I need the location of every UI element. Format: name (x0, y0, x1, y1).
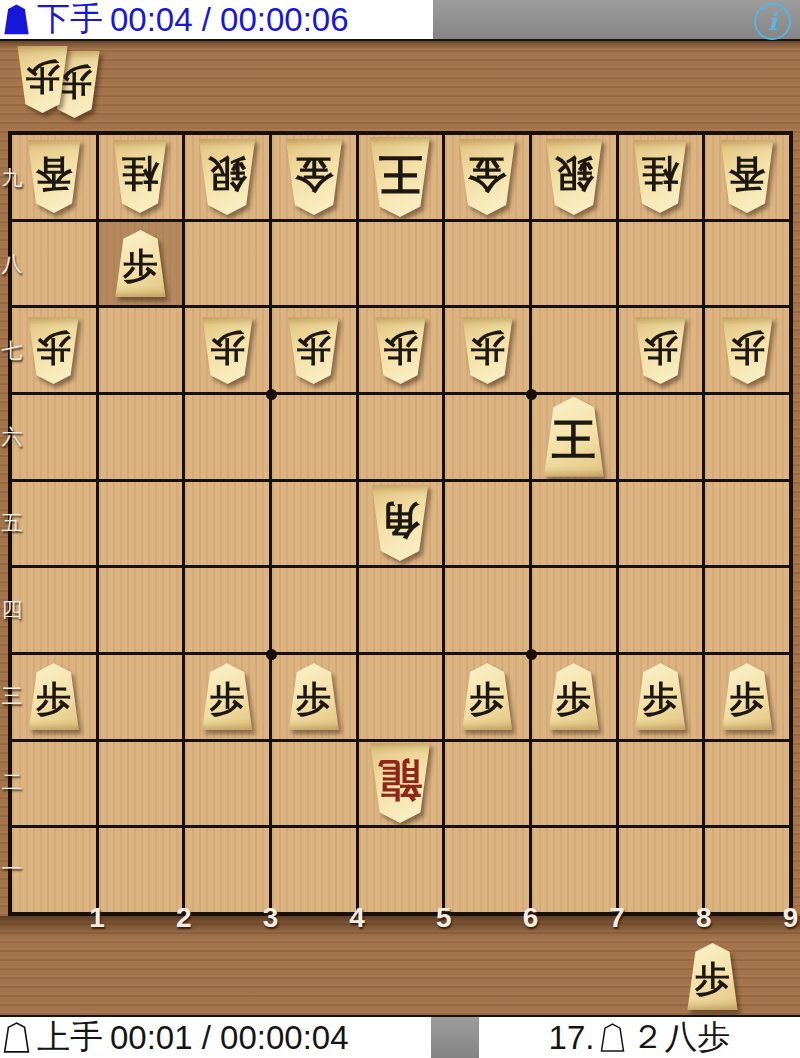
square-5-9[interactable]: 王 (359, 135, 443, 219)
uwate-piece-歩[interactable]: 歩 (545, 663, 602, 730)
piece-glyph: 王 (552, 412, 596, 462)
square-9-9[interactable]: 香 (705, 135, 789, 219)
piece-glyph: 香 (35, 156, 72, 198)
piece-glyph: 歩 (470, 330, 505, 370)
piece-glyph: 歩 (25, 59, 60, 99)
square-1-8[interactable] (12, 222, 96, 306)
file-label-4: 4 (342, 902, 372, 934)
square-3-9[interactable]: 銀 (185, 135, 269, 219)
square-3-7[interactable]: 歩 (185, 308, 269, 392)
square-5-5[interactable]: 角 (359, 482, 443, 566)
square-2-5[interactable] (99, 482, 183, 566)
rank-label-八: 八 (2, 250, 23, 278)
shitate-piece-歩[interactable]: 歩 (719, 317, 776, 384)
piece-glyph: 桂 (642, 156, 679, 198)
piece-glyph: 歩 (695, 956, 730, 996)
square-2-6[interactable] (99, 395, 183, 479)
shitate-piece-歩[interactable]: 歩 (285, 317, 342, 384)
square-7-3[interactable]: 歩 (532, 655, 616, 739)
rank-label-五: 五 (2, 509, 23, 537)
piece-glyph: 歩 (296, 330, 331, 370)
square-5-4[interactable] (359, 568, 443, 652)
square-1-9[interactable]: 香 (12, 135, 96, 219)
uwate-piece-歩[interactable]: 歩 (285, 663, 342, 730)
move-indicator: 17. ２八歩 (479, 1017, 800, 1058)
piece-glyph: 歩 (470, 677, 505, 717)
square-1-2[interactable] (12, 742, 96, 826)
square-4-7[interactable]: 歩 (272, 308, 356, 392)
uwate-clock: 上手 00:01 / 00:00:04 (0, 1017, 431, 1058)
play-area: 歩歩 香桂銀金王金銀桂香歩歩歩歩歩歩歩歩王角歩歩歩歩歩歩歩龍 九八七六五四三二一… (0, 41, 800, 1015)
shitate-piece-金[interactable]: 金 (282, 139, 346, 215)
square-8-5[interactable] (619, 482, 703, 566)
square-6-3[interactable]: 歩 (445, 655, 529, 739)
square-7-5[interactable] (532, 482, 616, 566)
rank-labels: 九八七六五四三二一 (0, 135, 24, 912)
square-4-9[interactable]: 金 (272, 135, 356, 219)
shitate-piece-香[interactable]: 香 (24, 140, 84, 213)
piece-glyph: 歩 (36, 677, 71, 717)
piece-glyph: 歩 (210, 677, 245, 717)
square-8-7[interactable]: 歩 (619, 308, 703, 392)
piece-glyph: 龍 (378, 758, 422, 808)
square-8-2[interactable] (619, 742, 703, 826)
square-7-2[interactable] (532, 742, 616, 826)
shitate-piece-桂[interactable]: 桂 (630, 140, 690, 213)
file-label-9: 9 (775, 902, 800, 934)
bottom-bar: 上手 00:01 / 00:00:04 17. ２八歩 (0, 1015, 800, 1058)
file-label-7: 7 (602, 902, 632, 934)
square-3-8[interactable] (185, 222, 269, 306)
square-2-4[interactable] (99, 568, 183, 652)
shitate-piece-歩[interactable]: 歩 (14, 46, 71, 113)
shitate-time: 00:04 / 00:00:06 (110, 1, 349, 39)
piece-glyph: 金 (468, 154, 507, 199)
hoshi-dot (266, 649, 277, 660)
square-5-1[interactable] (359, 828, 443, 912)
shitate-piece-歩[interactable]: 歩 (199, 317, 256, 384)
square-1-4[interactable] (12, 568, 96, 652)
square-4-8[interactable] (272, 222, 356, 306)
piece-glyph: 王 (378, 152, 422, 202)
shitate-piece-角[interactable]: 角 (368, 485, 432, 561)
square-3-2[interactable] (185, 742, 269, 826)
hoshi-dot (266, 389, 277, 400)
piece-glyph: 歩 (383, 330, 418, 370)
file-label-1: 1 (82, 902, 112, 934)
square-1-3[interactable]: 歩 (12, 655, 96, 739)
uwate-piece-歩[interactable]: 歩 (25, 663, 82, 730)
file-labels: 123456789 (8, 902, 793, 938)
square-6-9[interactable]: 金 (445, 135, 529, 219)
square-7-7[interactable] (532, 308, 616, 392)
square-4-6[interactable] (272, 395, 356, 479)
square-7-8[interactable] (532, 222, 616, 306)
square-4-4[interactable] (272, 568, 356, 652)
piece-glyph: 銀 (554, 154, 593, 199)
file-label-8: 8 (689, 902, 719, 934)
shitate-piece-桂[interactable]: 桂 (110, 140, 170, 213)
square-6-1[interactable] (445, 828, 529, 912)
square-5-8[interactable] (359, 222, 443, 306)
uwate-piece-歩[interactable]: 歩 (112, 230, 169, 297)
piece-glyph: 歩 (643, 677, 678, 717)
square-6-5[interactable] (445, 482, 529, 566)
square-3-5[interactable] (185, 482, 269, 566)
square-6-7[interactable]: 歩 (445, 308, 529, 392)
shitate-piece-王[interactable]: 王 (366, 137, 434, 217)
square-1-6[interactable] (12, 395, 96, 479)
square-7-9[interactable]: 銀 (532, 135, 616, 219)
piece-glyph: 歩 (730, 677, 765, 717)
square-2-7[interactable] (99, 308, 183, 392)
square-1-1[interactable] (12, 828, 96, 912)
hoshi-dot (526, 649, 537, 660)
uwate-piece-王[interactable]: 王 (540, 397, 608, 477)
square-1-7[interactable]: 歩 (12, 308, 96, 392)
piece-glyph: 金 (294, 154, 333, 199)
rank-label-四: 四 (2, 596, 23, 624)
square-9-1[interactable] (705, 828, 789, 912)
square-8-4[interactable] (619, 568, 703, 652)
piece-glyph: 歩 (296, 677, 331, 717)
square-5-3[interactable] (359, 655, 443, 739)
square-6-6[interactable] (445, 395, 529, 479)
square-3-1[interactable] (185, 828, 269, 912)
rank-label-一: 一 (2, 855, 23, 883)
square-3-4[interactable] (185, 568, 269, 652)
square-9-4[interactable] (705, 568, 789, 652)
square-4-1[interactable] (272, 828, 356, 912)
square-9-7[interactable]: 歩 (705, 308, 789, 392)
square-4-3[interactable]: 歩 (272, 655, 356, 739)
piece-glyph: 銀 (208, 154, 247, 199)
board-grid: 香桂銀金王金銀桂香歩歩歩歩歩歩歩歩王角歩歩歩歩歩歩歩龍 (8, 131, 793, 916)
square-2-3[interactable] (99, 655, 183, 739)
square-9-8[interactable] (705, 222, 789, 306)
square-3-3[interactable]: 歩 (185, 655, 269, 739)
shitate-clock: 下手 00:04 / 00:00:06 (0, 0, 433, 39)
uwate-hand[interactable]: 歩 (684, 943, 741, 1010)
shitate-piece-金[interactable]: 金 (455, 139, 519, 215)
shitate-piece-銀[interactable]: 銀 (195, 139, 259, 215)
square-7-4[interactable] (532, 568, 616, 652)
square-2-9[interactable]: 桂 (99, 135, 183, 219)
rank-label-三: 三 (2, 682, 23, 710)
rank-label-二: 二 (2, 768, 23, 796)
shitate-piece-龍[interactable]: 龍 (366, 743, 434, 823)
square-6-4[interactable] (445, 568, 529, 652)
square-7-6[interactable]: 王 (532, 395, 616, 479)
square-8-3[interactable]: 歩 (619, 655, 703, 739)
file-label-2: 2 (169, 902, 199, 934)
square-2-8[interactable]: 歩 (99, 222, 183, 306)
square-4-5[interactable] (272, 482, 356, 566)
uwate-piece-歩[interactable]: 歩 (632, 663, 689, 730)
file-label-5: 5 (429, 902, 459, 934)
square-4-2[interactable] (272, 742, 356, 826)
info-button[interactable]: i (754, 3, 791, 40)
square-9-2[interactable] (705, 742, 789, 826)
shitate-hand[interactable]: 歩歩 (14, 46, 134, 121)
piece-glyph: 歩 (556, 677, 591, 717)
square-9-5[interactable] (705, 482, 789, 566)
shitate-piece-歩[interactable]: 歩 (632, 317, 689, 384)
square-5-7[interactable]: 歩 (359, 308, 443, 392)
square-6-8[interactable] (445, 222, 529, 306)
uwate-piece-icon (3, 1022, 30, 1053)
shitate-piece-銀[interactable]: 銀 (542, 139, 606, 215)
uwate-piece-歩[interactable]: 歩 (719, 663, 776, 730)
info-icon: i (768, 7, 777, 36)
square-1-5[interactable] (12, 482, 96, 566)
piece-glyph: 歩 (210, 330, 245, 370)
top-bar: 下手 00:04 / 00:00:06 i (0, 0, 800, 41)
square-5-6[interactable] (359, 395, 443, 479)
square-9-6[interactable] (705, 395, 789, 479)
square-9-3[interactable]: 歩 (705, 655, 789, 739)
uwate-piece-歩[interactable]: 歩 (684, 943, 741, 1010)
uwate-label: 上手 (37, 1015, 103, 1058)
shitate-piece-icon (3, 4, 30, 35)
rank-label-七: 七 (2, 337, 23, 365)
square-2-1[interactable] (99, 828, 183, 912)
square-2-2[interactable] (99, 742, 183, 826)
shitate-piece-歩[interactable]: 歩 (25, 317, 82, 384)
square-5-2[interactable]: 龍 (359, 742, 443, 826)
uwate-piece-歩[interactable]: 歩 (459, 663, 516, 730)
piece-glyph: 歩 (730, 330, 765, 370)
uwate-time: 00:01 / 00:00:04 (110, 1019, 349, 1057)
square-8-1[interactable] (619, 828, 703, 912)
rank-label-九: 九 (2, 164, 23, 192)
square-3-6[interactable] (185, 395, 269, 479)
piece-glyph: 香 (729, 156, 766, 198)
piece-glyph: 歩 (123, 243, 158, 283)
square-6-2[interactable] (445, 742, 529, 826)
uwate-piece-歩[interactable]: 歩 (199, 663, 256, 730)
file-label-6: 6 (515, 902, 545, 934)
square-8-9[interactable]: 桂 (619, 135, 703, 219)
file-label-3: 3 (255, 902, 285, 934)
piece-glyph: 角 (381, 501, 420, 546)
piece-glyph: 桂 (122, 156, 159, 198)
hoshi-dot (526, 389, 537, 400)
shitate-label: 下手 (37, 0, 103, 42)
piece-glyph: 歩 (36, 330, 71, 370)
square-8-6[interactable] (619, 395, 703, 479)
piece-glyph: 歩 (643, 330, 678, 370)
square-7-1[interactable] (532, 828, 616, 912)
shitate-piece-歩[interactable]: 歩 (372, 317, 429, 384)
shitate-piece-歩[interactable]: 歩 (459, 317, 516, 384)
shitate-piece-香[interactable]: 香 (717, 140, 777, 213)
move-number: 17. (549, 1019, 595, 1057)
uwate-piece-icon (600, 1023, 625, 1052)
move-text: ２八歩 (631, 1015, 730, 1058)
square-8-8[interactable] (619, 222, 703, 306)
rank-label-六: 六 (2, 423, 23, 451)
